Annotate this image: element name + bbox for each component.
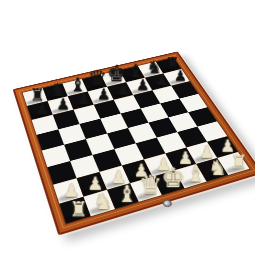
- black-pawn-g7[interactable]: ♟: [151, 73, 171, 88]
- white-rook-a1[interactable]: ♜: [65, 198, 91, 219]
- black-pawn-c7[interactable]: ♟: [73, 91, 94, 106]
- black-pawn-a7[interactable]: ♟: [31, 101, 53, 117]
- square-b5[interactable]: [58, 123, 86, 144]
- white-king-e1[interactable]: ♚: [160, 164, 185, 191]
- board-grid: ♜♞♝♛♚♝♞♜♟♟♟♟♟♟♟♟♟♟♟♟♟♟♟♟♜♞♝♛♚♝♞♜: [22, 57, 249, 223]
- black-pawn-b7[interactable]: ♟: [52, 96, 73, 112]
- white-bishop-c1[interactable]: ♝: [114, 182, 139, 205]
- black-pawn-e7[interactable]: ♟: [113, 82, 134, 97]
- white-queen-d1[interactable]: ♛: [137, 172, 162, 198]
- white-rook-h1[interactable]: ♜: [226, 152, 250, 171]
- clasp-latch-icon: [161, 198, 173, 208]
- photo-scene: ♜♞♝♛♚♝♞♜♟♟♟♟♟♟♟♟♟♟♟♟♟♟♟♟♜♞♝♛♚♝♞♜: [0, 0, 255, 255]
- chess-board: ♜♞♝♛♚♝♞♜♟♟♟♟♟♟♟♟♟♟♟♟♟♟♟♟♜♞♝♛♚♝♞♜: [12, 51, 255, 235]
- black-pawn-d7[interactable]: ♟: [93, 87, 114, 102]
- black-pawn-h7[interactable]: ♟: [170, 68, 190, 83]
- black-pawn-f7[interactable]: ♟: [132, 77, 153, 92]
- white-bishop-f1[interactable]: ♝: [183, 162, 207, 184]
- white-knight-b1[interactable]: ♞: [90, 190, 115, 212]
- white-knight-g1[interactable]: ♞: [205, 157, 229, 178]
